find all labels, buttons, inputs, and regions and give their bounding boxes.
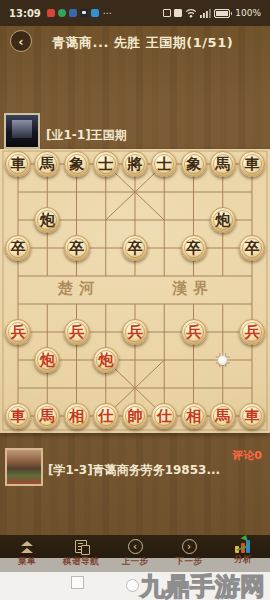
board-point-i6[interactable]: 卒 — [237, 234, 266, 262]
black-piece-卒[interactable]: 卒 — [64, 235, 90, 261]
battery-icon — [214, 9, 233, 18]
red-piece-仕[interactable]: 仕 — [93, 403, 119, 429]
xiangqi-board: 楚河 漢界 車馬象士將士象馬車炮炮卒卒卒卒卒兵兵兵兵兵炮炮車馬相仕帥仕相馬車 — [0, 149, 270, 433]
messenger-app-icon — [91, 9, 99, 17]
nav-prev-label: 上一步 — [122, 556, 149, 568]
board-point-c3[interactable]: 兵 — [62, 318, 91, 346]
nav-menu[interactable]: 菜单 — [0, 535, 54, 572]
board-point-a5[interactable] — [3, 262, 32, 290]
board-point-d7[interactable] — [91, 206, 120, 234]
board-point-e4[interactable] — [120, 290, 149, 318]
board-point-a3[interactable]: 兵 — [3, 318, 32, 346]
board-point-c4[interactable] — [62, 290, 91, 318]
board-point-f7[interactable] — [150, 206, 179, 234]
board-point-b9[interactable]: 馬 — [33, 150, 62, 178]
board-point-f2[interactable] — [150, 346, 179, 374]
watermark-text: 九鼎手游网 — [140, 570, 265, 600]
red-piece-馬[interactable]: 馬 — [210, 403, 236, 429]
board-point-e0[interactable]: 帥 — [120, 402, 149, 430]
red-piece-相[interactable]: 相 — [181, 403, 207, 429]
nav-analysis-label: 分析 — [234, 554, 252, 566]
nav-prev-step[interactable]: ‹ 上一步 — [108, 535, 162, 572]
board-point-i4[interactable] — [237, 290, 266, 318]
mail-app-icon — [47, 9, 55, 17]
analysis-icon — [235, 538, 251, 553]
board-point-c0[interactable]: 相 — [62, 402, 91, 430]
board-point-grid: 車馬象士將士象馬車炮炮卒卒卒卒卒兵兵兵兵兵炮炮車馬相仕帥仕相馬車 — [3, 150, 266, 430]
wifi-icon — [185, 8, 197, 18]
board-point-i3[interactable]: 兵 — [237, 318, 266, 346]
board-point-e9[interactable]: 將 — [120, 150, 149, 178]
board-point-f4[interactable] — [150, 290, 179, 318]
board-point-f5[interactable] — [150, 262, 179, 290]
more-notifications-icon: ⋯ — [103, 9, 112, 17]
blue-app-icon — [69, 9, 77, 17]
red-piece-兵[interactable]: 兵 — [181, 319, 207, 345]
board-point-b3[interactable] — [33, 318, 62, 346]
board-point-a7[interactable] — [3, 206, 32, 234]
board-point-h8[interactable] — [208, 178, 237, 206]
board-point-e3[interactable]: 兵 — [120, 318, 149, 346]
board-point-c2[interactable] — [62, 346, 91, 374]
nav-analysis[interactable]: 分析 — [216, 535, 270, 572]
black-piece-士[interactable]: 士 — [93, 151, 119, 177]
red-piece-兵[interactable]: 兵 — [239, 319, 265, 345]
board-point-g6[interactable]: 卒 — [179, 234, 208, 262]
board-point-d2[interactable]: 炮 — [91, 346, 120, 374]
menu-up-icon — [21, 538, 33, 555]
board-point-f9[interactable]: 士 — [150, 150, 179, 178]
back-chevron-icon: ‹ — [18, 35, 23, 48]
screenshot-icon — [163, 9, 171, 17]
board-point-c6[interactable]: 卒 — [62, 234, 91, 262]
board-point-a2[interactable] — [3, 346, 32, 374]
nav-next-label: 下一步 — [176, 556, 203, 568]
bottom-player-name: [学1-3]青蔼商务劳务19853... — [48, 462, 220, 479]
black-piece-車[interactable]: 車 — [5, 151, 31, 177]
black-piece-炮[interactable]: 炮 — [210, 207, 236, 233]
board-point-c1[interactable] — [62, 374, 91, 402]
black-piece-車[interactable]: 車 — [239, 151, 265, 177]
red-piece-仕[interactable]: 仕 — [151, 403, 177, 429]
board-point-e6[interactable]: 卒 — [120, 234, 149, 262]
board-point-b4[interactable] — [33, 290, 62, 318]
sim-icon — [174, 9, 182, 17]
black-piece-將[interactable]: 將 — [122, 151, 148, 177]
red-piece-兵[interactable]: 兵 — [64, 319, 90, 345]
nav-menu-label: 菜单 — [18, 556, 36, 568]
board-point-h6[interactable] — [208, 234, 237, 262]
black-piece-馬[interactable]: 馬 — [210, 151, 236, 177]
red-piece-相[interactable]: 相 — [64, 403, 90, 429]
board-point-c8[interactable] — [62, 178, 91, 206]
board-point-d1[interactable] — [91, 374, 120, 402]
black-piece-卒[interactable]: 卒 — [239, 235, 265, 261]
nav-next-step[interactable]: › 下一步 — [162, 535, 216, 572]
board-point-f8[interactable] — [150, 178, 179, 206]
watermark-strip: 九鼎手游网 — [0, 572, 270, 600]
board-point-i1[interactable] — [237, 374, 266, 402]
red-piece-帥[interactable]: 帥 — [122, 403, 148, 429]
board-point-i0[interactable]: 車 — [237, 402, 266, 430]
black-piece-士[interactable]: 士 — [151, 151, 177, 177]
board-point-i2[interactable] — [237, 346, 266, 374]
board-point-g0[interactable]: 相 — [179, 402, 208, 430]
board-point-i9[interactable]: 車 — [237, 150, 266, 178]
board-point-b2[interactable]: 炮 — [33, 346, 62, 374]
black-piece-象[interactable]: 象 — [181, 151, 207, 177]
nav-record-label: 棋谱导航 — [63, 556, 99, 568]
board-point-f0[interactable]: 仕 — [150, 402, 179, 430]
prev-step-icon: ‹ — [128, 538, 143, 555]
black-piece-卒[interactable]: 卒 — [181, 235, 207, 261]
board-point-h4[interactable] — [208, 290, 237, 318]
black-piece-象[interactable]: 象 — [64, 151, 90, 177]
board-point-h5[interactable] — [208, 262, 237, 290]
watermark-circle-icon — [126, 579, 139, 592]
red-piece-車[interactable]: 車 — [239, 403, 265, 429]
black-piece-馬[interactable]: 馬 — [34, 151, 60, 177]
board-point-d9[interactable]: 士 — [91, 150, 120, 178]
red-piece-兵[interactable]: 兵 — [5, 319, 31, 345]
top-player-avatar[interactable] — [4, 113, 40, 149]
board-point-a4[interactable] — [3, 290, 32, 318]
black-piece-卒[interactable]: 卒 — [5, 235, 31, 261]
board-point-d8[interactable] — [91, 178, 120, 206]
board-point-e5[interactable] — [120, 262, 149, 290]
board-point-b1[interactable] — [33, 374, 62, 402]
board-point-e8[interactable] — [120, 178, 149, 206]
board-point-f1[interactable] — [150, 374, 179, 402]
page-title: 青蔼商... 先胜 王国期(1/51) — [52, 34, 233, 52]
board-point-h0[interactable]: 馬 — [208, 402, 237, 430]
board-point-g3[interactable]: 兵 — [179, 318, 208, 346]
board-point-b0[interactable]: 馬 — [33, 402, 62, 430]
board-point-b6[interactable] — [33, 234, 62, 262]
status-bar: 13:09 ⋯ 100% — [0, 0, 270, 26]
board-point-a6[interactable]: 卒 — [3, 234, 32, 262]
board-point-a8[interactable] — [3, 178, 32, 206]
board-point-g1[interactable] — [179, 374, 208, 402]
red-piece-馬[interactable]: 馬 — [34, 403, 60, 429]
battery-percent: 100% — [235, 8, 261, 18]
watermark-square-icon — [71, 576, 84, 589]
bottom-nav-bar: 菜单 棋谱导航 ‹ 上一步 › 下一步 分析 — [0, 535, 270, 572]
chat-app-icon — [80, 9, 88, 17]
red-piece-炮[interactable]: 炮 — [34, 347, 60, 373]
board-point-e2[interactable] — [120, 346, 149, 374]
green-app-icon — [58, 9, 66, 17]
red-piece-炮[interactable]: 炮 — [93, 347, 119, 373]
board-point-c5[interactable] — [62, 262, 91, 290]
signal-icon — [200, 8, 211, 18]
board-point-c9[interactable]: 象 — [62, 150, 91, 178]
board-point-b8[interactable] — [33, 178, 62, 206]
back-button[interactable]: ‹ — [10, 30, 32, 52]
board-point-a0[interactable]: 車 — [3, 402, 32, 430]
board-point-g8[interactable] — [179, 178, 208, 206]
board-point-e7[interactable] — [120, 206, 149, 234]
board-point-g7[interactable] — [179, 206, 208, 234]
black-piece-炮[interactable]: 炮 — [34, 207, 60, 233]
last-move-origin-marker — [218, 356, 227, 365]
bottom-player-avatar[interactable] — [5, 448, 43, 486]
board-point-e1[interactable] — [120, 374, 149, 402]
board-point-g4[interactable] — [179, 290, 208, 318]
board-point-c7[interactable] — [62, 206, 91, 234]
board-point-h9[interactable]: 馬 — [208, 150, 237, 178]
board-point-d0[interactable]: 仕 — [91, 402, 120, 430]
red-piece-車[interactable]: 車 — [5, 403, 31, 429]
board-point-f6[interactable] — [150, 234, 179, 262]
board-point-h2[interactable] — [208, 346, 237, 374]
nav-record-navigation[interactable]: 棋谱导航 — [54, 535, 108, 572]
board-point-g5[interactable] — [179, 262, 208, 290]
clock-time: 13:09 — [9, 8, 41, 19]
top-player-name: [业1-1]王国期 — [46, 127, 127, 144]
board-point-g9[interactable]: 象 — [179, 150, 208, 178]
board-point-d6[interactable] — [91, 234, 120, 262]
title-bar: ‹ 青蔼商... 先胜 王国期(1/51) — [0, 26, 270, 58]
board-point-d5[interactable] — [91, 262, 120, 290]
board-point-b5[interactable] — [33, 262, 62, 290]
next-step-icon: › — [182, 538, 197, 555]
board-point-f3[interactable] — [150, 318, 179, 346]
board-point-d4[interactable] — [91, 290, 120, 318]
black-piece-卒[interactable]: 卒 — [122, 235, 148, 261]
board-point-i5[interactable] — [237, 262, 266, 290]
board-point-i8[interactable] — [237, 178, 266, 206]
app-screen: 13:09 ⋯ 100% — [0, 0, 270, 600]
board-point-a9[interactable]: 車 — [3, 150, 32, 178]
red-piece-兵[interactable]: 兵 — [122, 319, 148, 345]
board-point-h3[interactable] — [208, 318, 237, 346]
board-point-h1[interactable] — [208, 374, 237, 402]
board-point-a1[interactable] — [3, 374, 32, 402]
board-point-g2[interactable] — [179, 346, 208, 374]
comments-link[interactable]: 评论0 — [232, 448, 262, 463]
board-point-h7[interactable]: 炮 — [208, 206, 237, 234]
board-point-d3[interactable] — [91, 318, 120, 346]
board-point-i7[interactable] — [237, 206, 266, 234]
board-point-b7[interactable]: 炮 — [33, 206, 62, 234]
record-nav-icon — [75, 538, 87, 555]
